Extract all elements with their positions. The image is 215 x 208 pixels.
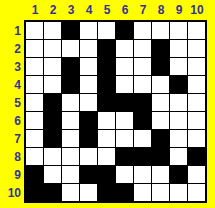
cell-r6c7[interactable]: [134, 112, 151, 129]
cell-r5c1[interactable]: [26, 94, 43, 111]
cell-r9c8[interactable]: [152, 166, 169, 183]
cell-r9c9[interactable]: [170, 166, 187, 183]
cell-r6c1[interactable]: [26, 112, 43, 129]
cell-r2c6[interactable]: [116, 40, 133, 57]
column-label: 6: [116, 0, 134, 20]
cell-r9c4[interactable]: [80, 166, 97, 183]
cell-r9c10[interactable]: [188, 166, 205, 183]
puzzle-frame: 12345678910 12345678910: [0, 0, 215, 208]
cell-r2c10[interactable]: [188, 40, 205, 57]
cell-r7c10[interactable]: [188, 130, 205, 147]
cell-r8c8[interactable]: [152, 148, 169, 165]
cell-r10c7[interactable]: [134, 184, 151, 201]
cell-r8c5[interactable]: [98, 148, 115, 165]
cell-r3c9[interactable]: [170, 58, 187, 75]
cell-r7c8[interactable]: [152, 130, 169, 147]
cell-r10c9[interactable]: [170, 184, 187, 201]
cell-r10c3[interactable]: [62, 184, 79, 201]
cell-r2c4[interactable]: [80, 40, 97, 57]
cell-r6c4[interactable]: [80, 112, 97, 129]
cell-r3c8[interactable]: [152, 58, 169, 75]
row-label: 4: [0, 76, 23, 94]
cell-r2c9[interactable]: [170, 40, 187, 57]
cell-r4c5[interactable]: [98, 76, 115, 93]
cell-r10c6[interactable]: [116, 184, 133, 201]
cell-r7c7[interactable]: [134, 130, 151, 147]
column-label: 4: [80, 0, 98, 20]
cell-r4c6[interactable]: [116, 76, 133, 93]
cell-r6c9[interactable]: [170, 112, 187, 129]
cell-r5c7[interactable]: [134, 94, 151, 111]
cell-r8c4[interactable]: [80, 148, 97, 165]
cell-r8c10[interactable]: [188, 148, 205, 165]
cell-r1c4[interactable]: [80, 22, 97, 39]
cell-r2c5[interactable]: [98, 40, 115, 57]
cell-r7c2[interactable]: [44, 130, 61, 147]
cell-r2c1[interactable]: [26, 40, 43, 57]
column-labels: 12345678910: [26, 0, 206, 20]
cell-r8c6[interactable]: [116, 148, 133, 165]
cell-r5c9[interactable]: [170, 94, 187, 111]
cell-r2c7[interactable]: [134, 40, 151, 57]
cell-r7c6[interactable]: [116, 130, 133, 147]
cell-r3c4[interactable]: [80, 58, 97, 75]
cell-r10c2[interactable]: [44, 184, 61, 201]
cell-r2c3[interactable]: [62, 40, 79, 57]
cell-r1c1[interactable]: [26, 22, 43, 39]
column-label: 2: [44, 0, 62, 20]
cell-r2c2[interactable]: [44, 40, 61, 57]
puzzle-board: [24, 20, 207, 203]
row-label: 3: [0, 58, 23, 76]
cell-r3c5[interactable]: [98, 58, 115, 75]
cell-r9c6[interactable]: [116, 166, 133, 183]
cell-r3c3[interactable]: [62, 58, 79, 75]
cell-r4c1[interactable]: [26, 76, 43, 93]
cell-r3c2[interactable]: [44, 58, 61, 75]
cell-r7c3[interactable]: [62, 130, 79, 147]
cell-r3c6[interactable]: [116, 58, 133, 75]
cell-r3c7[interactable]: [134, 58, 151, 75]
cell-r9c5[interactable]: [98, 166, 115, 183]
row-label: 1: [0, 22, 23, 40]
cell-r9c7[interactable]: [134, 166, 151, 183]
row-label: 6: [0, 112, 23, 130]
cell-r5c5[interactable]: [98, 94, 115, 111]
cell-r6c6[interactable]: [116, 112, 133, 129]
cell-r6c5[interactable]: [98, 112, 115, 129]
cell-r9c3[interactable]: [62, 166, 79, 183]
cell-r4c8[interactable]: [152, 76, 169, 93]
cell-r1c2[interactable]: [44, 22, 61, 39]
cell-r4c7[interactable]: [134, 76, 151, 93]
cell-r6c10[interactable]: [188, 112, 205, 129]
cell-r3c1[interactable]: [26, 58, 43, 75]
cell-r4c3[interactable]: [62, 76, 79, 93]
cell-r10c1[interactable]: [26, 184, 43, 201]
cell-r7c5[interactable]: [98, 130, 115, 147]
cell-r10c8[interactable]: [152, 184, 169, 201]
cell-r1c3[interactable]: [62, 22, 79, 39]
cell-r10c10[interactable]: [188, 184, 205, 201]
row-label: 5: [0, 94, 23, 112]
cell-r1c5[interactable]: [98, 22, 115, 39]
row-label: 7: [0, 130, 23, 148]
cell-r4c4[interactable]: [80, 76, 97, 93]
cell-r8c1[interactable]: [26, 148, 43, 165]
cell-r9c1[interactable]: [26, 166, 43, 183]
column-label: 7: [134, 0, 152, 20]
cell-r8c9[interactable]: [170, 148, 187, 165]
row-label: 2: [0, 40, 23, 58]
cell-r2c8[interactable]: [152, 40, 169, 57]
column-label: 3: [62, 0, 80, 20]
cell-r6c3[interactable]: [62, 112, 79, 129]
cell-r1c10[interactable]: [188, 22, 205, 39]
cell-r4c9[interactable]: [170, 76, 187, 93]
cell-r10c5[interactable]: [98, 184, 115, 201]
cell-r5c10[interactable]: [188, 94, 205, 111]
cell-r7c4[interactable]: [80, 130, 97, 147]
cell-r6c8[interactable]: [152, 112, 169, 129]
cell-r1c6[interactable]: [116, 22, 133, 39]
cell-r5c3[interactable]: [62, 94, 79, 111]
cell-r10c4[interactable]: [80, 184, 97, 201]
column-label: 5: [98, 0, 116, 20]
cell-r7c9[interactable]: [170, 130, 187, 147]
cell-r8c7[interactable]: [134, 148, 151, 165]
cell-r5c2[interactable]: [44, 94, 61, 111]
cell-r8c2[interactable]: [44, 148, 61, 165]
cell-r6c2[interactable]: [44, 112, 61, 129]
cell-r3c10[interactable]: [188, 58, 205, 75]
row-label: 10: [0, 184, 23, 202]
cell-r9c2[interactable]: [44, 166, 61, 183]
column-label: 1: [26, 0, 44, 20]
cell-r5c8[interactable]: [152, 94, 169, 111]
cell-r8c3[interactable]: [62, 148, 79, 165]
column-label: 10: [188, 0, 206, 20]
cell-r1c8[interactable]: [152, 22, 169, 39]
cell-r4c2[interactable]: [44, 76, 61, 93]
row-label: 9: [0, 166, 23, 184]
row-label: 8: [0, 148, 23, 166]
cell-r1c9[interactable]: [170, 22, 187, 39]
cell-r4c10[interactable]: [188, 76, 205, 93]
cell-r7c1[interactable]: [26, 130, 43, 147]
cell-r1c7[interactable]: [134, 22, 151, 39]
cell-r5c4[interactable]: [80, 94, 97, 111]
row-labels: 12345678910: [0, 22, 23, 202]
column-label: 8: [152, 0, 170, 20]
column-label: 9: [170, 0, 188, 20]
cell-r5c6[interactable]: [116, 94, 133, 111]
